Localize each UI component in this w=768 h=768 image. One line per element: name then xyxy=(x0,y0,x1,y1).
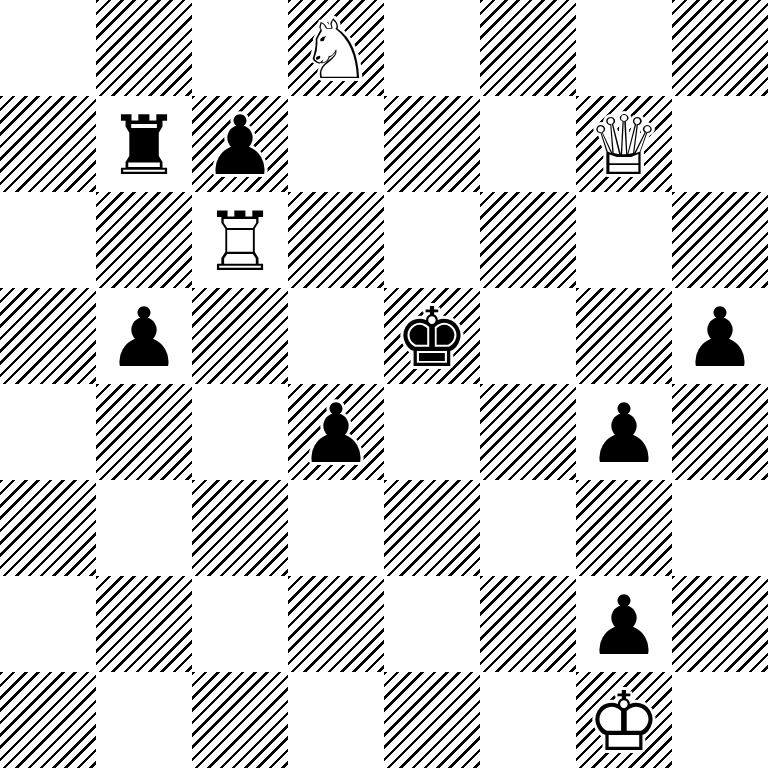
black-pawn-piece: ♟♟ xyxy=(288,384,384,480)
black-king-piece: ♚♚ xyxy=(384,288,480,384)
square-f3[interactable] xyxy=(480,480,576,576)
square-c2[interactable] xyxy=(192,576,288,672)
square-e8[interactable] xyxy=(384,0,480,96)
piece-glyph: ♘ xyxy=(288,0,384,96)
square-h1[interactable] xyxy=(672,672,768,768)
square-f8[interactable] xyxy=(480,0,576,96)
square-d6[interactable] xyxy=(288,192,384,288)
square-a8[interactable] xyxy=(0,0,96,96)
black-pawn-piece: ♟♟ xyxy=(576,576,672,672)
square-b5[interactable]: ♟♟ xyxy=(96,288,192,384)
square-h2[interactable] xyxy=(672,576,768,672)
square-e5[interactable]: ♚♚ xyxy=(384,288,480,384)
piece-glyph: ♟ xyxy=(576,576,672,672)
piece-glyph: ♔ xyxy=(576,672,672,768)
square-b1[interactable] xyxy=(96,672,192,768)
square-e1[interactable] xyxy=(384,672,480,768)
square-f6[interactable] xyxy=(480,192,576,288)
square-c4[interactable] xyxy=(192,384,288,480)
white-knight-piece: ♞♘ xyxy=(288,0,384,96)
square-b7[interactable]: ♜♜ xyxy=(96,96,192,192)
square-a5[interactable] xyxy=(0,288,96,384)
square-g1[interactable]: ♚♔ xyxy=(576,672,672,768)
square-a6[interactable] xyxy=(0,192,96,288)
square-a7[interactable] xyxy=(0,96,96,192)
square-f2[interactable] xyxy=(480,576,576,672)
square-c7[interactable]: ♟♟ xyxy=(192,96,288,192)
black-pawn-piece: ♟♟ xyxy=(192,96,288,192)
black-rook-piece: ♜♜ xyxy=(96,96,192,192)
piece-glyph: ♖ xyxy=(192,192,288,288)
square-f7[interactable] xyxy=(480,96,576,192)
square-h5[interactable]: ♟♟ xyxy=(672,288,768,384)
square-e6[interactable] xyxy=(384,192,480,288)
white-rook-piece: ♜♖ xyxy=(192,192,288,288)
square-g7[interactable]: ♛♕ xyxy=(576,96,672,192)
square-d2[interactable] xyxy=(288,576,384,672)
square-a3[interactable] xyxy=(0,480,96,576)
square-b3[interactable] xyxy=(96,480,192,576)
square-f5[interactable] xyxy=(480,288,576,384)
square-a1[interactable] xyxy=(0,672,96,768)
square-d1[interactable] xyxy=(288,672,384,768)
piece-glyph: ♟ xyxy=(288,384,384,480)
white-queen-piece: ♛♕ xyxy=(576,96,672,192)
square-c8[interactable] xyxy=(192,0,288,96)
square-d5[interactable] xyxy=(288,288,384,384)
piece-glyph: ♜ xyxy=(96,96,192,192)
black-pawn-piece: ♟♟ xyxy=(576,384,672,480)
chess-board: ♞♘♜♜♟♟♛♕♜♖♟♟♚♚♟♟♟♟♟♟♟♟♚♔ xyxy=(0,0,768,768)
square-e3[interactable] xyxy=(384,480,480,576)
square-c1[interactable] xyxy=(192,672,288,768)
square-b6[interactable] xyxy=(96,192,192,288)
piece-glyph: ♕ xyxy=(576,96,672,192)
piece-glyph: ♟ xyxy=(96,288,192,384)
black-pawn-piece: ♟♟ xyxy=(96,288,192,384)
piece-glyph: ♚ xyxy=(384,288,480,384)
square-f1[interactable] xyxy=(480,672,576,768)
piece-glyph: ♟ xyxy=(672,288,768,384)
square-e2[interactable] xyxy=(384,576,480,672)
black-pawn-piece: ♟♟ xyxy=(672,288,768,384)
square-a4[interactable] xyxy=(0,384,96,480)
square-h3[interactable] xyxy=(672,480,768,576)
square-d7[interactable] xyxy=(288,96,384,192)
square-e7[interactable] xyxy=(384,96,480,192)
square-a2[interactable] xyxy=(0,576,96,672)
square-d8[interactable]: ♞♘ xyxy=(288,0,384,96)
square-g2[interactable]: ♟♟ xyxy=(576,576,672,672)
square-g3[interactable] xyxy=(576,480,672,576)
square-g6[interactable] xyxy=(576,192,672,288)
square-h8[interactable] xyxy=(672,0,768,96)
square-b8[interactable] xyxy=(96,0,192,96)
square-g5[interactable] xyxy=(576,288,672,384)
piece-glyph: ♟ xyxy=(192,96,288,192)
white-king-piece: ♚♔ xyxy=(576,672,672,768)
square-c3[interactable] xyxy=(192,480,288,576)
piece-glyph: ♟ xyxy=(576,384,672,480)
square-c6[interactable]: ♜♖ xyxy=(192,192,288,288)
square-g4[interactable]: ♟♟ xyxy=(576,384,672,480)
square-e4[interactable] xyxy=(384,384,480,480)
square-f4[interactable] xyxy=(480,384,576,480)
square-h4[interactable] xyxy=(672,384,768,480)
square-b4[interactable] xyxy=(96,384,192,480)
square-h7[interactable] xyxy=(672,96,768,192)
square-c5[interactable] xyxy=(192,288,288,384)
square-d4[interactable]: ♟♟ xyxy=(288,384,384,480)
square-d3[interactable] xyxy=(288,480,384,576)
square-h6[interactable] xyxy=(672,192,768,288)
square-b2[interactable] xyxy=(96,576,192,672)
square-g8[interactable] xyxy=(576,0,672,96)
